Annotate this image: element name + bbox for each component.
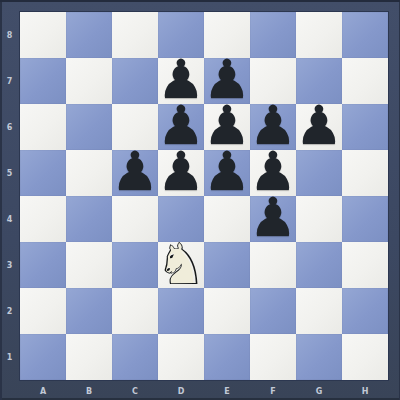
square-d7[interactable]: ♟ bbox=[158, 58, 204, 104]
rank-label-4: 4 bbox=[1, 196, 18, 242]
square-a6[interactable] bbox=[20, 104, 66, 150]
square-a8[interactable] bbox=[20, 12, 66, 58]
rank-label-6: 6 bbox=[1, 104, 18, 150]
square-c3[interactable] bbox=[112, 242, 158, 288]
square-f5[interactable]: ♟ bbox=[250, 150, 296, 196]
square-c1[interactable] bbox=[112, 334, 158, 380]
square-f1[interactable] bbox=[250, 334, 296, 380]
file-label-f: F bbox=[250, 384, 296, 398]
black-pawn: ♟ bbox=[296, 104, 342, 150]
square-c2[interactable] bbox=[112, 288, 158, 334]
black-pawn: ♟ bbox=[112, 150, 158, 196]
white-knight-outline-icon: ♘ bbox=[158, 242, 204, 288]
square-c7[interactable] bbox=[112, 58, 158, 104]
square-g2[interactable] bbox=[296, 288, 342, 334]
file-label-g: G bbox=[296, 384, 342, 398]
square-h6[interactable] bbox=[342, 104, 388, 150]
black-pawn: ♟ bbox=[250, 196, 296, 242]
square-e3[interactable] bbox=[204, 242, 250, 288]
rank-label-2: 2 bbox=[1, 288, 18, 334]
square-b5[interactable] bbox=[66, 150, 112, 196]
square-d6[interactable]: ♟ bbox=[158, 104, 204, 150]
square-e4[interactable] bbox=[204, 196, 250, 242]
file-label-h: H bbox=[342, 384, 388, 398]
rank-label-7: 7 bbox=[1, 58, 18, 104]
square-a1[interactable] bbox=[20, 334, 66, 380]
file-label-e: E bbox=[204, 384, 250, 398]
square-h3[interactable] bbox=[342, 242, 388, 288]
square-b8[interactable] bbox=[66, 12, 112, 58]
square-g7[interactable] bbox=[296, 58, 342, 104]
square-g1[interactable] bbox=[296, 334, 342, 380]
square-f8[interactable] bbox=[250, 12, 296, 58]
square-f7[interactable] bbox=[250, 58, 296, 104]
black-pawn: ♟ bbox=[204, 58, 250, 104]
board: ♟♟♟♟♟♟♟♟♟♟♟♞♘ bbox=[19, 11, 389, 381]
square-h5[interactable] bbox=[342, 150, 388, 196]
square-g5[interactable] bbox=[296, 150, 342, 196]
square-c6[interactable] bbox=[112, 104, 158, 150]
square-d5[interactable]: ♟ bbox=[158, 150, 204, 196]
square-g8[interactable] bbox=[296, 12, 342, 58]
square-f6[interactable]: ♟ bbox=[250, 104, 296, 150]
square-g3[interactable] bbox=[296, 242, 342, 288]
square-b7[interactable] bbox=[66, 58, 112, 104]
square-c5[interactable]: ♟ bbox=[112, 150, 158, 196]
square-c8[interactable] bbox=[112, 12, 158, 58]
file-label-c: C bbox=[112, 384, 158, 398]
black-pawn: ♟ bbox=[250, 150, 296, 196]
square-h1[interactable] bbox=[342, 334, 388, 380]
black-pawn: ♟ bbox=[250, 104, 296, 150]
square-e1[interactable] bbox=[204, 334, 250, 380]
square-d4[interactable] bbox=[158, 196, 204, 242]
square-b4[interactable] bbox=[66, 196, 112, 242]
square-h2[interactable] bbox=[342, 288, 388, 334]
rank-label-8: 8 bbox=[1, 12, 18, 58]
square-a5[interactable] bbox=[20, 150, 66, 196]
black-pawn: ♟ bbox=[204, 104, 250, 150]
file-label-d: D bbox=[158, 384, 204, 398]
rank-label-1: 1 bbox=[1, 334, 18, 380]
square-e8[interactable] bbox=[204, 12, 250, 58]
square-f4[interactable]: ♟ bbox=[250, 196, 296, 242]
square-c4[interactable] bbox=[112, 196, 158, 242]
black-pawn: ♟ bbox=[158, 104, 204, 150]
square-a3[interactable] bbox=[20, 242, 66, 288]
file-label-b: B bbox=[66, 384, 112, 398]
square-e2[interactable] bbox=[204, 288, 250, 334]
square-a7[interactable] bbox=[20, 58, 66, 104]
square-b1[interactable] bbox=[66, 334, 112, 380]
square-d1[interactable] bbox=[158, 334, 204, 380]
chessboard-frame: ♟♟♟♟♟♟♟♟♟♟♟♞♘ 87654321 ABCDEFGH bbox=[0, 0, 400, 400]
square-f2[interactable] bbox=[250, 288, 296, 334]
square-a4[interactable] bbox=[20, 196, 66, 242]
square-e5[interactable]: ♟ bbox=[204, 150, 250, 196]
square-h7[interactable] bbox=[342, 58, 388, 104]
square-g6[interactable]: ♟ bbox=[296, 104, 342, 150]
square-e7[interactable]: ♟ bbox=[204, 58, 250, 104]
square-f3[interactable] bbox=[250, 242, 296, 288]
white-knight: ♞ bbox=[158, 242, 204, 288]
square-d8[interactable] bbox=[158, 12, 204, 58]
black-pawn: ♟ bbox=[158, 150, 204, 196]
square-h8[interactable] bbox=[342, 12, 388, 58]
square-a2[interactable] bbox=[20, 288, 66, 334]
rank-label-3: 3 bbox=[1, 242, 18, 288]
rank-label-5: 5 bbox=[1, 150, 18, 196]
square-e6[interactable]: ♟ bbox=[204, 104, 250, 150]
black-pawn: ♟ bbox=[204, 150, 250, 196]
square-b6[interactable] bbox=[66, 104, 112, 150]
square-d2[interactable] bbox=[158, 288, 204, 334]
square-h4[interactable] bbox=[342, 196, 388, 242]
square-b2[interactable] bbox=[66, 288, 112, 334]
black-pawn: ♟ bbox=[158, 58, 204, 104]
square-g4[interactable] bbox=[296, 196, 342, 242]
square-b3[interactable] bbox=[66, 242, 112, 288]
file-label-a: A bbox=[20, 384, 66, 398]
square-d3[interactable]: ♞♘ bbox=[158, 242, 204, 288]
